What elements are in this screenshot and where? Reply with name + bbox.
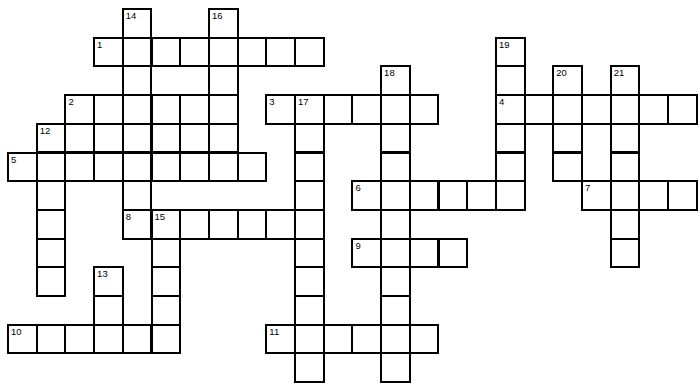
cell-r4c7[interactable] bbox=[208, 123, 239, 154]
cell-r1c6[interactable] bbox=[179, 37, 210, 68]
cell-r5c4[interactable] bbox=[122, 152, 153, 183]
clue-number: 16 bbox=[212, 10, 223, 21]
clue-number: 14 bbox=[126, 10, 137, 21]
cell-r7c6[interactable] bbox=[179, 209, 210, 240]
cell-r4c13[interactable] bbox=[380, 123, 411, 154]
clue-number: 8 bbox=[126, 211, 131, 222]
cell-r4c17[interactable] bbox=[495, 123, 526, 154]
cell-r8c15[interactable] bbox=[438, 238, 469, 269]
cell-r6c20[interactable]: 7 bbox=[581, 180, 612, 211]
cell-r5c13[interactable] bbox=[380, 152, 411, 183]
cell-r11c14[interactable] bbox=[409, 324, 440, 355]
cell-r7c10[interactable] bbox=[294, 209, 325, 240]
clue-number: 5 bbox=[11, 154, 16, 165]
cell-r4c5[interactable] bbox=[151, 123, 182, 154]
cell-r10c13[interactable] bbox=[380, 295, 411, 326]
cell-r2c7[interactable] bbox=[208, 65, 239, 96]
cell-r8c14[interactable] bbox=[409, 238, 440, 269]
cell-r11c3[interactable] bbox=[93, 324, 124, 355]
cell-r6c12[interactable]: 6 bbox=[351, 180, 382, 211]
cell-r7c21[interactable] bbox=[610, 209, 641, 240]
cell-r3c17[interactable]: 4 bbox=[495, 94, 526, 125]
cell-r5c10[interactable] bbox=[294, 152, 325, 183]
cell-r8c13[interactable] bbox=[380, 238, 411, 269]
cell-r3c22[interactable] bbox=[638, 94, 669, 125]
cell-r3c12[interactable] bbox=[351, 94, 382, 125]
cell-r12c13[interactable] bbox=[380, 352, 411, 383]
cell-r0c7[interactable]: 16 bbox=[208, 8, 239, 39]
cell-r10c3[interactable] bbox=[93, 295, 124, 326]
clue-number: 11 bbox=[269, 326, 279, 337]
crossword-board: 141611918202123174125678159131011 bbox=[0, 0, 700, 392]
cell-r5c21[interactable] bbox=[610, 152, 641, 183]
cell-r5c2[interactable] bbox=[64, 152, 95, 183]
cell-r3c3[interactable] bbox=[93, 94, 124, 125]
cell-r11c9[interactable]: 11 bbox=[265, 324, 296, 355]
cell-r12c10[interactable] bbox=[294, 352, 325, 383]
cell-r7c13[interactable] bbox=[380, 209, 411, 240]
cell-r1c3[interactable]: 1 bbox=[93, 37, 124, 68]
cell-r6c4[interactable] bbox=[122, 180, 153, 211]
cell-r3c21[interactable] bbox=[610, 94, 641, 125]
cell-r9c10[interactable] bbox=[294, 266, 325, 297]
cell-r0c4[interactable]: 14 bbox=[122, 8, 153, 39]
cell-r2c17[interactable] bbox=[495, 65, 526, 96]
cell-r3c14[interactable] bbox=[409, 94, 440, 125]
cell-r6c23[interactable] bbox=[667, 180, 698, 211]
clue-number: 13 bbox=[97, 268, 108, 279]
cell-r3c2[interactable]: 2 bbox=[64, 94, 95, 125]
cell-r7c1[interactable] bbox=[36, 209, 67, 240]
cell-r6c22[interactable] bbox=[638, 180, 669, 211]
cell-r7c9[interactable] bbox=[265, 209, 296, 240]
clue-number: 10 bbox=[11, 326, 22, 337]
cell-r3c5[interactable] bbox=[151, 94, 182, 125]
cell-r3c18[interactable] bbox=[524, 94, 555, 125]
cell-r3c11[interactable] bbox=[323, 94, 354, 125]
cell-r4c2[interactable] bbox=[64, 123, 95, 154]
cell-r2c21[interactable]: 21 bbox=[610, 65, 641, 96]
cell-r4c6[interactable] bbox=[179, 123, 210, 154]
clue-number: 12 bbox=[40, 125, 51, 136]
cell-r7c5[interactable]: 15 bbox=[151, 209, 182, 240]
cell-r6c14[interactable] bbox=[409, 180, 440, 211]
cell-r8c5[interactable] bbox=[151, 238, 182, 269]
cell-r1c7[interactable] bbox=[208, 37, 239, 68]
cell-r10c10[interactable] bbox=[294, 295, 325, 326]
cell-r7c8[interactable] bbox=[237, 209, 268, 240]
cell-r1c4[interactable] bbox=[122, 37, 153, 68]
cell-r6c10[interactable] bbox=[294, 180, 325, 211]
cell-r7c4[interactable]: 8 bbox=[122, 209, 153, 240]
cell-r11c5[interactable] bbox=[151, 324, 182, 355]
cell-r3c19[interactable] bbox=[552, 94, 583, 125]
cell-r8c10[interactable] bbox=[294, 238, 325, 269]
cell-r5c19[interactable] bbox=[552, 152, 583, 183]
clue-number: 21 bbox=[614, 67, 625, 78]
cell-r7c7[interactable] bbox=[208, 209, 239, 240]
cell-r11c2[interactable] bbox=[64, 324, 95, 355]
cell-r11c4[interactable] bbox=[122, 324, 153, 355]
cell-r9c13[interactable] bbox=[380, 266, 411, 297]
clue-number: 17 bbox=[298, 96, 309, 107]
cell-r3c23[interactable] bbox=[667, 94, 698, 125]
cell-r11c11[interactable] bbox=[323, 324, 354, 355]
cell-r1c5[interactable] bbox=[151, 37, 182, 68]
cell-r11c10[interactable] bbox=[294, 324, 325, 355]
clue-number: 1 bbox=[97, 39, 102, 50]
clue-number: 18 bbox=[384, 67, 395, 78]
cell-r6c16[interactable] bbox=[466, 180, 497, 211]
cell-r4c4[interactable] bbox=[122, 123, 153, 154]
cell-r4c3[interactable] bbox=[93, 123, 124, 154]
cell-r1c10[interactable] bbox=[294, 37, 325, 68]
cell-r11c13[interactable] bbox=[380, 324, 411, 355]
cell-r6c13[interactable] bbox=[380, 180, 411, 211]
cell-r11c0[interactable]: 10 bbox=[7, 324, 38, 355]
cell-r8c1[interactable] bbox=[36, 238, 67, 269]
cell-r11c1[interactable] bbox=[36, 324, 67, 355]
cell-r3c9[interactable]: 3 bbox=[265, 94, 296, 125]
cell-r9c5[interactable] bbox=[151, 266, 182, 297]
cell-r5c0[interactable]: 5 bbox=[7, 152, 38, 183]
cell-r3c7[interactable] bbox=[208, 94, 239, 125]
clue-number: 20 bbox=[556, 67, 567, 78]
cell-r3c20[interactable] bbox=[581, 94, 612, 125]
cell-r2c4[interactable] bbox=[122, 65, 153, 96]
cell-r9c3[interactable]: 13 bbox=[93, 266, 124, 297]
cell-r5c3[interactable] bbox=[93, 152, 124, 183]
cell-r1c9[interactable] bbox=[265, 37, 296, 68]
cell-r3c10[interactable]: 17 bbox=[294, 94, 325, 125]
cell-r5c6[interactable] bbox=[179, 152, 210, 183]
clue-number: 7 bbox=[585, 182, 590, 193]
clue-number: 2 bbox=[68, 96, 73, 107]
cell-r6c1[interactable] bbox=[36, 180, 67, 211]
cell-r5c17[interactable] bbox=[495, 152, 526, 183]
cell-r6c15[interactable] bbox=[438, 180, 469, 211]
cell-r8c12[interactable]: 9 bbox=[351, 238, 382, 269]
clue-number: 19 bbox=[499, 39, 510, 50]
cell-r5c5[interactable] bbox=[151, 152, 182, 183]
cell-r6c17[interactable] bbox=[495, 180, 526, 211]
cell-r4c19[interactable] bbox=[552, 123, 583, 154]
cell-r5c1[interactable] bbox=[36, 152, 67, 183]
cell-r2c19[interactable]: 20 bbox=[552, 65, 583, 96]
cell-r6c21[interactable] bbox=[610, 180, 641, 211]
cell-r5c7[interactable] bbox=[208, 152, 239, 183]
cell-r3c6[interactable] bbox=[179, 94, 210, 125]
cell-r11c12[interactable] bbox=[351, 324, 382, 355]
cell-r4c10[interactable] bbox=[294, 123, 325, 154]
cell-r1c17[interactable]: 19 bbox=[495, 37, 526, 68]
clue-number: 4 bbox=[499, 96, 504, 107]
cell-r8c21[interactable] bbox=[610, 238, 641, 269]
cell-r3c4[interactable] bbox=[122, 94, 153, 125]
cell-r1c8[interactable] bbox=[237, 37, 268, 68]
cell-r2c13[interactable]: 18 bbox=[380, 65, 411, 96]
clue-number: 9 bbox=[355, 240, 360, 251]
cell-r4c1[interactable]: 12 bbox=[36, 123, 67, 154]
clue-number: 3 bbox=[269, 96, 274, 107]
cell-r9c1[interactable] bbox=[36, 266, 67, 297]
cell-r5c8[interactable] bbox=[237, 152, 268, 183]
cell-r10c5[interactable] bbox=[151, 295, 182, 326]
clue-number: 15 bbox=[155, 211, 166, 222]
clue-number: 6 bbox=[355, 182, 360, 193]
cell-r4c21[interactable] bbox=[610, 123, 641, 154]
cell-r3c13[interactable] bbox=[380, 94, 411, 125]
